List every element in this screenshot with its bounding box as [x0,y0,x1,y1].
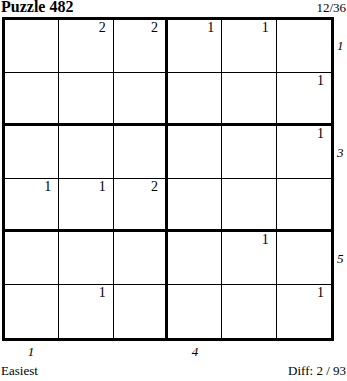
difficulty-label: Easiest [1,364,38,378]
cell-r3c6[interactable]: 1 [277,126,331,179]
cell-r3c2[interactable] [59,126,113,179]
cell-r3c5[interactable] [222,126,276,179]
page-title: Puzzle 482 [1,0,73,16]
cell-r4c2[interactable]: 1 [59,179,113,232]
cell-r6c5[interactable] [222,285,276,338]
cell-r4c6[interactable] [277,179,331,232]
row-label-5: 5 [337,252,344,265]
cell-r6c1[interactable] [5,285,59,338]
cell-r3c3[interactable] [114,126,168,179]
cell-r4c1[interactable]: 1 [5,179,59,232]
cell-r4c4[interactable] [168,179,222,232]
cell-r1c4[interactable]: 1 [168,20,222,73]
cell-r2c4[interactable] [168,73,222,126]
cell-r5c5[interactable]: 1 [222,232,276,285]
row-label-3: 3 [337,146,344,159]
givens-counter: 12/36 [316,1,346,15]
cell-r2c3[interactable] [114,73,168,126]
difficulty-rating: Diff: 2 / 93 [288,364,346,378]
sudoku-board: 2 2 1 1 1 1 1 1 2 1 1 1 [2,17,334,341]
row-label-1: 1 [337,39,344,52]
cell-r6c3[interactable] [114,285,168,338]
cell-r3c4[interactable] [168,126,222,179]
cell-r1c5[interactable]: 1 [222,20,276,73]
cell-r2c6[interactable]: 1 [277,73,331,126]
cell-r2c5[interactable] [222,73,276,126]
cell-r5c1[interactable] [5,232,59,285]
cell-r5c2[interactable] [59,232,113,285]
cell-r1c1[interactable] [5,20,59,73]
cell-r3c1[interactable] [5,126,59,179]
cell-r2c2[interactable] [59,73,113,126]
col-label-4: 4 [192,345,199,358]
cell-r5c4[interactable] [168,232,222,285]
cell-r4c3[interactable]: 2 [114,179,168,232]
cell-r5c6[interactable] [277,232,331,285]
cell-r1c3[interactable]: 2 [114,20,168,73]
cell-r6c4[interactable] [168,285,222,338]
cell-r1c2[interactable]: 2 [59,20,113,73]
cell-r4c5[interactable] [222,179,276,232]
col-label-1: 1 [28,345,35,358]
cell-r5c3[interactable] [114,232,168,285]
cell-r1c6[interactable] [277,20,331,73]
cell-r6c2[interactable]: 1 [59,285,113,338]
cell-r6c6[interactable]: 1 [277,285,331,338]
cell-r2c1[interactable] [5,73,59,126]
